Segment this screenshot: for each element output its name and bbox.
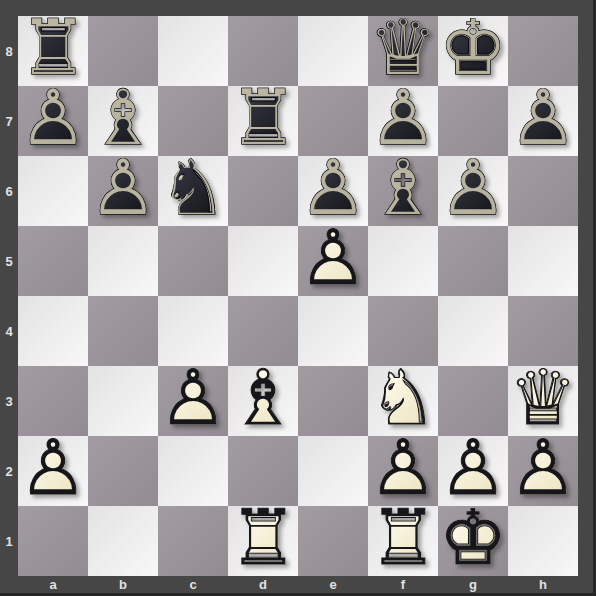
black-knight-c6[interactable]: ♞♘ [158,156,228,226]
white-pawn-e5[interactable]: ♟♙ [298,226,368,296]
white-rook-d1[interactable]: ♜♖ [228,506,298,576]
white-rook-f1[interactable]: ♜♖ [368,506,438,576]
black-king-outline-glyph: ♔ [438,13,508,83]
rank-label-6: 6 [0,156,18,226]
square-d5[interactable] [228,226,298,296]
file-label-g: g [438,576,508,596]
black-pawn-outline-glyph: ♙ [18,83,88,153]
square-b4[interactable] [88,296,158,366]
square-e5[interactable]: ♟♙ [298,226,368,296]
black-rook-d7[interactable]: ♜♖ [228,86,298,156]
white-pawn-c3[interactable]: ♟♙ [158,366,228,436]
black-pawn-g6[interactable]: ♟♙ [438,156,508,226]
square-d1[interactable]: ♜♖ [228,506,298,576]
square-c3[interactable]: ♟♙ [158,366,228,436]
black-pawn-outline-glyph: ♙ [508,83,578,153]
square-h6[interactable] [508,156,578,226]
file-label-c: c [158,576,228,596]
square-b1[interactable] [88,506,158,576]
square-c5[interactable] [158,226,228,296]
square-b5[interactable] [88,226,158,296]
white-pawn-h2[interactable]: ♟♙ [508,436,578,506]
white-king-outline-glyph: ♔ [438,503,508,573]
rank-label-2: 2 [0,436,18,506]
white-rook-outline-glyph: ♖ [368,503,438,573]
square-a1[interactable] [18,506,88,576]
white-pawn-outline-glyph: ♙ [18,433,88,503]
square-g4[interactable] [438,296,508,366]
square-g5[interactable] [438,226,508,296]
square-a5[interactable] [18,226,88,296]
square-c1[interactable] [158,506,228,576]
square-d3[interactable]: ♝♗ [228,366,298,436]
square-e1[interactable] [298,506,368,576]
square-g6[interactable]: ♟♙ [438,156,508,226]
square-a4[interactable] [18,296,88,366]
square-c8[interactable] [158,16,228,86]
square-e4[interactable] [298,296,368,366]
square-f5[interactable] [368,226,438,296]
white-king-g1[interactable]: ♚♔ [438,506,508,576]
white-bishop-outline-glyph: ♗ [228,363,298,433]
rank-labels: 87654321 [0,16,18,576]
black-pawn-outline-glyph: ♙ [438,153,508,223]
black-rook-outline-glyph: ♖ [228,83,298,153]
black-bishop-outline-glyph: ♗ [368,153,438,223]
chessboard-frame: 87654321 ♜♖♛♕♚♔♟♙♝♗♜♖♟♙♟♙♟♙♞♘♟♙♝♗♟♙♟♙♟♙♝… [0,0,596,596]
square-h1[interactable] [508,506,578,576]
square-b2[interactable] [88,436,158,506]
square-f1[interactable]: ♜♖ [368,506,438,576]
square-h7[interactable]: ♟♙ [508,86,578,156]
square-a7[interactable]: ♟♙ [18,86,88,156]
square-e2[interactable] [298,436,368,506]
square-e8[interactable] [298,16,368,86]
file-label-f: f [368,576,438,596]
chess-board: ♜♖♛♕♚♔♟♙♝♗♜♖♟♙♟♙♟♙♞♘♟♙♝♗♟♙♟♙♟♙♝♗♞♘♛♕♟♙♟♙… [18,16,578,576]
white-rook-outline-glyph: ♖ [228,503,298,573]
black-pawn-a7[interactable]: ♟♙ [18,86,88,156]
square-h5[interactable] [508,226,578,296]
square-d6[interactable] [228,156,298,226]
file-label-a: a [18,576,88,596]
square-b6[interactable]: ♟♙ [88,156,158,226]
file-label-e: e [298,576,368,596]
rank-label-8: 8 [0,16,18,86]
square-e3[interactable] [298,366,368,436]
black-pawn-outline-glyph: ♙ [88,153,158,223]
file-labels: abcdefgh [18,576,578,596]
white-pawn-outline-glyph: ♙ [158,363,228,433]
black-bishop-f6[interactable]: ♝♗ [368,156,438,226]
rank-label-5: 5 [0,226,18,296]
file-label-b: b [88,576,158,596]
square-d7[interactable]: ♜♖ [228,86,298,156]
square-g8[interactable]: ♚♔ [438,16,508,86]
rank-label-4: 4 [0,296,18,366]
file-label-h: h [508,576,578,596]
black-pawn-b6[interactable]: ♟♙ [88,156,158,226]
square-b3[interactable] [88,366,158,436]
black-knight-outline-glyph: ♘ [158,153,228,223]
white-pawn-a2[interactable]: ♟♙ [18,436,88,506]
square-g1[interactable]: ♚♔ [438,506,508,576]
white-pawn-outline-glyph: ♙ [508,433,578,503]
white-pawn-outline-glyph: ♙ [298,223,368,293]
file-label-d: d [228,576,298,596]
rank-label-7: 7 [0,86,18,156]
black-pawn-h7[interactable]: ♟♙ [508,86,578,156]
square-c6[interactable]: ♞♘ [158,156,228,226]
square-c2[interactable] [158,436,228,506]
square-a2[interactable]: ♟♙ [18,436,88,506]
square-f6[interactable]: ♝♗ [368,156,438,226]
black-king-g8[interactable]: ♚♔ [438,16,508,86]
rank-label-3: 3 [0,366,18,436]
rank-label-1: 1 [0,506,18,576]
square-a6[interactable] [18,156,88,226]
square-h2[interactable]: ♟♙ [508,436,578,506]
white-bishop-d3[interactable]: ♝♗ [228,366,298,436]
